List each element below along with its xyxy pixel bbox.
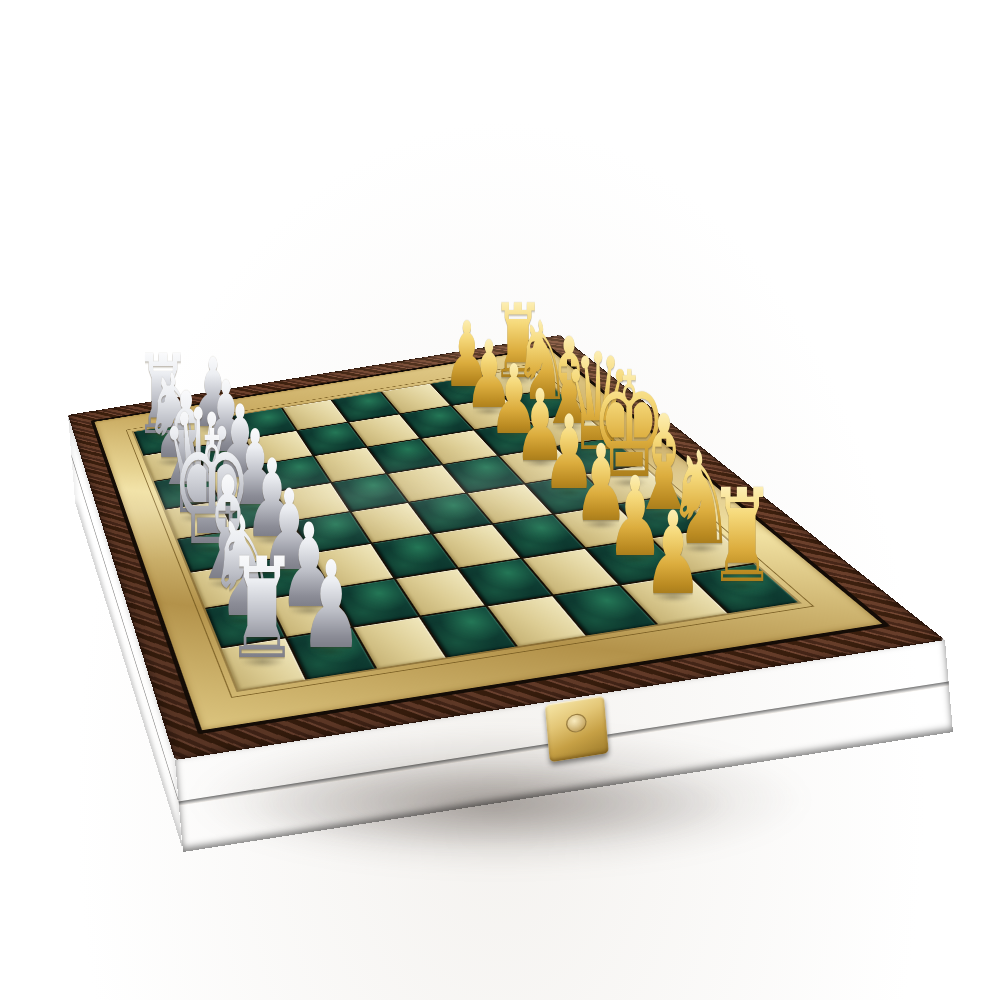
chess-set-photo-scene: ♜♞♝♛♚♝♞♜♟♟♟♟♟♟♟♟♟♟♟♟♟♟♟♟♜♞♝♛♚♝♞♜ (0, 0, 1000, 1000)
latch-emblem-icon (565, 712, 587, 734)
case-latch[interactable] (545, 696, 609, 763)
piece-silver-rook-h1[interactable]: ♜ (226, 544, 298, 672)
piece-gold-pawn-h7[interactable]: ♟ (643, 501, 702, 606)
piece-gold-rook-h8[interactable]: ♜ (709, 477, 776, 596)
piece-silver-pawn-h2[interactable]: ♟ (299, 550, 362, 661)
